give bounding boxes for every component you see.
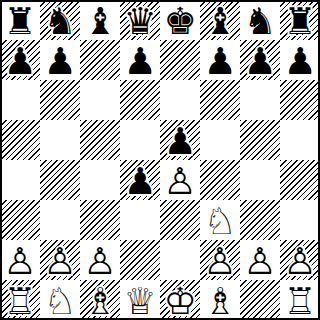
square-b8[interactable]: ♞♞ xyxy=(40,0,80,40)
square-c6[interactable] xyxy=(80,80,120,120)
square-d6[interactable] xyxy=(120,80,160,120)
square-e6[interactable] xyxy=(160,80,200,120)
square-b5[interactable] xyxy=(40,120,80,160)
piece-black-pawn[interactable]: ♟♟ xyxy=(240,40,280,80)
piece-white-rook[interactable]: ♜♖ xyxy=(280,280,320,320)
piece-glyph: ♚ xyxy=(160,1,200,41)
piece-black-knight[interactable]: ♞♞ xyxy=(40,0,80,40)
piece-glyph: ♙ xyxy=(200,241,240,281)
square-e1[interactable]: ♚♔ xyxy=(160,280,200,320)
square-d7[interactable]: ♟♟ xyxy=(120,40,160,80)
square-b2[interactable]: ♟♙ xyxy=(40,240,80,280)
square-h6[interactable] xyxy=(280,80,320,120)
square-e8[interactable]: ♚♚ xyxy=(160,0,200,40)
piece-white-knight[interactable]: ♞♘ xyxy=(200,200,240,240)
piece-glyph: ♗ xyxy=(80,281,120,320)
piece-black-pawn[interactable]: ♟♟ xyxy=(40,40,80,80)
square-h1[interactable]: ♜♖ xyxy=(280,280,320,320)
piece-black-pawn[interactable]: ♟♟ xyxy=(280,40,320,80)
piece-black-queen[interactable]: ♛♛ xyxy=(120,0,160,40)
square-g3[interactable] xyxy=(240,200,280,240)
square-a8[interactable]: ♜♜ xyxy=(0,0,40,40)
square-d5[interactable] xyxy=(120,120,160,160)
piece-glyph: ♖ xyxy=(280,281,320,320)
square-f4[interactable] xyxy=(200,160,240,200)
square-a1[interactable]: ♜♖ xyxy=(0,280,40,320)
piece-glyph: ♔ xyxy=(160,281,200,320)
piece-glyph: ♙ xyxy=(80,241,120,281)
piece-glyph: ♟ xyxy=(40,41,80,81)
piece-white-pawn[interactable]: ♟♙ xyxy=(240,240,280,280)
square-e2[interactable] xyxy=(160,240,200,280)
piece-glyph: ♝ xyxy=(200,1,240,41)
piece-black-king[interactable]: ♚♚ xyxy=(160,0,200,40)
square-g8[interactable]: ♞♞ xyxy=(240,0,280,40)
piece-glyph: ♜ xyxy=(0,1,40,41)
square-g4[interactable] xyxy=(240,160,280,200)
piece-glyph: ♙ xyxy=(280,241,320,281)
piece-white-pawn[interactable]: ♟♙ xyxy=(280,240,320,280)
square-h5[interactable] xyxy=(280,120,320,160)
square-g2[interactable]: ♟♙ xyxy=(240,240,280,280)
piece-glyph: ♛ xyxy=(120,1,160,41)
square-c5[interactable] xyxy=(80,120,120,160)
square-h3[interactable] xyxy=(280,200,320,240)
piece-black-bishop[interactable]: ♝♝ xyxy=(200,0,240,40)
piece-glyph: ♗ xyxy=(200,281,240,320)
square-c3[interactable] xyxy=(80,200,120,240)
piece-black-pawn[interactable]: ♟♟ xyxy=(120,160,160,200)
square-f6[interactable] xyxy=(200,80,240,120)
piece-glyph: ♙ xyxy=(40,241,80,281)
piece-black-pawn[interactable]: ♟♟ xyxy=(200,40,240,80)
piece-white-knight[interactable]: ♞♘ xyxy=(40,280,80,320)
square-f8[interactable]: ♝♝ xyxy=(200,0,240,40)
square-e7[interactable] xyxy=(160,40,200,80)
piece-black-bishop[interactable]: ♝♝ xyxy=(80,0,120,40)
square-c4[interactable] xyxy=(80,160,120,200)
piece-black-knight[interactable]: ♞♞ xyxy=(240,0,280,40)
piece-glyph: ♞ xyxy=(240,1,280,41)
piece-glyph: ♝ xyxy=(80,1,120,41)
piece-glyph: ♕ xyxy=(120,281,160,320)
square-f3[interactable]: ♞♘ xyxy=(200,200,240,240)
square-d1[interactable]: ♛♕ xyxy=(120,280,160,320)
square-b3[interactable] xyxy=(40,200,80,240)
square-c2[interactable]: ♟♙ xyxy=(80,240,120,280)
piece-white-pawn[interactable]: ♟♙ xyxy=(200,240,240,280)
square-g5[interactable] xyxy=(240,120,280,160)
piece-glyph: ♙ xyxy=(240,241,280,281)
square-c1[interactable]: ♝♗ xyxy=(80,280,120,320)
square-f7[interactable]: ♟♟ xyxy=(200,40,240,80)
piece-white-rook[interactable]: ♜♖ xyxy=(0,280,40,320)
square-g7[interactable]: ♟♟ xyxy=(240,40,280,80)
piece-black-rook[interactable]: ♜♜ xyxy=(0,0,40,40)
piece-black-rook[interactable]: ♜♜ xyxy=(280,0,320,40)
square-d4[interactable]: ♟♟ xyxy=(120,160,160,200)
square-h7[interactable]: ♟♟ xyxy=(280,40,320,80)
piece-glyph: ♟ xyxy=(240,41,280,81)
square-d3[interactable] xyxy=(120,200,160,240)
piece-glyph: ♟ xyxy=(280,41,320,81)
piece-glyph: ♟ xyxy=(120,41,160,81)
piece-glyph: ♞ xyxy=(40,1,80,41)
square-c7[interactable] xyxy=(80,40,120,80)
piece-glyph: ♙ xyxy=(160,161,200,201)
square-f1[interactable]: ♝♗ xyxy=(200,280,240,320)
piece-white-pawn[interactable]: ♟♙ xyxy=(0,240,40,280)
piece-glyph: ♟ xyxy=(120,161,160,201)
square-b6[interactable] xyxy=(40,80,80,120)
square-c8[interactable]: ♝♝ xyxy=(80,0,120,40)
piece-white-king[interactable]: ♚♔ xyxy=(160,280,200,320)
square-a7[interactable]: ♟♟ xyxy=(0,40,40,80)
piece-white-bishop[interactable]: ♝♗ xyxy=(200,280,240,320)
square-h2[interactable]: ♟♙ xyxy=(280,240,320,280)
square-e4[interactable]: ♟♙ xyxy=(160,160,200,200)
piece-glyph: ♘ xyxy=(200,201,240,241)
piece-black-pawn[interactable]: ♟♟ xyxy=(0,40,40,80)
square-d8[interactable]: ♛♛ xyxy=(120,0,160,40)
square-f2[interactable]: ♟♙ xyxy=(200,240,240,280)
square-d2[interactable] xyxy=(120,240,160,280)
square-b7[interactable]: ♟♟ xyxy=(40,40,80,80)
square-a4[interactable] xyxy=(0,160,40,200)
piece-glyph: ♟ xyxy=(0,41,40,81)
square-e5[interactable]: ♟♟ xyxy=(160,120,200,160)
piece-glyph: ♟ xyxy=(160,121,200,161)
square-a2[interactable]: ♟♙ xyxy=(0,240,40,280)
piece-black-pawn[interactable]: ♟♟ xyxy=(120,40,160,80)
square-a5[interactable] xyxy=(0,120,40,160)
piece-glyph: ♘ xyxy=(40,281,80,320)
square-h4[interactable] xyxy=(280,160,320,200)
square-g1[interactable] xyxy=(240,280,280,320)
square-g6[interactable] xyxy=(240,80,280,120)
square-b4[interactable] xyxy=(40,160,80,200)
piece-white-bishop[interactable]: ♝♗ xyxy=(80,280,120,320)
piece-glyph: ♙ xyxy=(0,241,40,281)
piece-glyph: ♟ xyxy=(200,41,240,81)
square-a6[interactable] xyxy=(0,80,40,120)
piece-glyph: ♜ xyxy=(280,1,320,41)
square-e3[interactable] xyxy=(160,200,200,240)
square-a3[interactable] xyxy=(0,200,40,240)
chess-board: ♜♜♞♞♝♝♛♛♚♚♝♝♞♞♜♜♟♟♟♟♟♟♟♟♟♟♟♟♟♟♟♟♟♙♞♘♟♙♟♙… xyxy=(0,0,320,320)
piece-white-pawn[interactable]: ♟♙ xyxy=(40,240,80,280)
square-h8[interactable]: ♜♜ xyxy=(280,0,320,40)
piece-black-pawn[interactable]: ♟♟ xyxy=(160,120,200,160)
piece-glyph: ♖ xyxy=(0,281,40,320)
piece-white-pawn[interactable]: ♟♙ xyxy=(80,240,120,280)
square-b1[interactable]: ♞♘ xyxy=(40,280,80,320)
square-f5[interactable] xyxy=(200,120,240,160)
piece-white-pawn[interactable]: ♟♙ xyxy=(160,160,200,200)
piece-white-queen[interactable]: ♛♕ xyxy=(120,280,160,320)
